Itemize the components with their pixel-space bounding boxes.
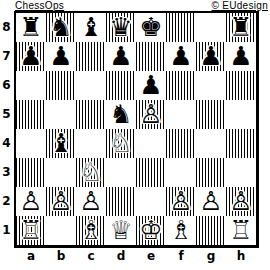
square-h4[interactable] (226, 129, 256, 158)
rank-label-1: 1 (0, 216, 13, 245)
rank-label-5: 5 (0, 100, 13, 129)
piece-white-pawn[interactable]: ♙ (226, 187, 256, 216)
square-f7[interactable]: ♟ (166, 42, 196, 71)
square-h7[interactable]: ♟ (226, 42, 256, 71)
file-label-d: d (106, 249, 136, 263)
square-h8[interactable]: ♜ (226, 13, 256, 42)
square-f2[interactable]: ♙ (166, 187, 196, 216)
square-e7[interactable] (136, 42, 166, 71)
square-a3[interactable] (16, 158, 46, 187)
square-d4[interactable]: ♘ (106, 129, 136, 158)
piece-white-pawn[interactable]: ♙ (136, 100, 166, 129)
square-c6[interactable] (76, 71, 106, 100)
square-e4[interactable] (136, 129, 166, 158)
square-f5[interactable] (166, 100, 196, 129)
square-c4[interactable] (76, 129, 106, 158)
square-h2[interactable]: ♙ (226, 187, 256, 216)
square-e2[interactable] (136, 187, 166, 216)
file-label-f: f (166, 249, 196, 263)
piece-black-pawn[interactable]: ♟ (136, 71, 166, 100)
square-d6[interactable] (106, 71, 136, 100)
piece-black-knight[interactable]: ♞ (46, 13, 76, 42)
rank-label-2: 2 (0, 187, 13, 216)
square-d3[interactable] (106, 158, 136, 187)
square-b2[interactable]: ♙ (46, 187, 76, 216)
square-g8[interactable] (196, 13, 226, 42)
square-b3[interactable] (46, 158, 76, 187)
piece-black-pawn[interactable]: ♟ (16, 42, 46, 71)
piece-black-pawn[interactable]: ♟ (106, 42, 136, 71)
square-e5[interactable]: ♙ (136, 100, 166, 129)
piece-white-bishop[interactable]: ♗ (76, 216, 106, 245)
square-g1[interactable] (196, 216, 226, 245)
chess-board: ♜♞♝♛♚♜♟♟♟♟♟♟♟♞♙♝♘♘♙♙♙♙♙♙♖♗♕♔♗♖ (14, 11, 259, 248)
chess-diagram-page: ChessOps © EUdesign 87654321 ♜♞♝♛♚♜♟♟♟♟♟… (0, 0, 270, 270)
square-a5[interactable] (16, 100, 46, 129)
square-a8[interactable]: ♜ (16, 13, 46, 42)
square-a6[interactable] (16, 71, 46, 100)
rank-label-7: 7 (0, 42, 13, 71)
square-h6[interactable] (226, 71, 256, 100)
square-b6[interactable] (46, 71, 76, 100)
file-label-c: c (76, 249, 106, 263)
square-a2[interactable]: ♙ (16, 187, 46, 216)
rank-label-4: 4 (0, 129, 13, 158)
piece-black-knight[interactable]: ♞ (106, 100, 136, 129)
square-e6[interactable]: ♟ (136, 71, 166, 100)
piece-black-king[interactable]: ♚ (136, 13, 166, 42)
square-c3[interactable]: ♘ (76, 158, 106, 187)
square-e3[interactable] (136, 158, 166, 187)
square-f6[interactable] (166, 71, 196, 100)
piece-black-pawn[interactable]: ♟ (166, 42, 196, 71)
square-g2[interactable]: ♙ (196, 187, 226, 216)
file-label-e: e (136, 249, 166, 263)
square-c2[interactable]: ♙ (76, 187, 106, 216)
square-d1[interactable]: ♕ (106, 216, 136, 245)
piece-black-queen[interactable]: ♛ (106, 13, 136, 42)
square-b1[interactable] (46, 216, 76, 245)
square-e1[interactable]: ♔ (136, 216, 166, 245)
square-c8[interactable]: ♝ (76, 13, 106, 42)
piece-black-bishop[interactable]: ♝ (46, 129, 76, 158)
piece-white-pawn[interactable]: ♙ (16, 187, 46, 216)
square-f4[interactable] (166, 129, 196, 158)
square-b8[interactable]: ♞ (46, 13, 76, 42)
square-c1[interactable]: ♗ (76, 216, 106, 245)
rank-labels: 87654321 (0, 13, 13, 245)
square-d7[interactable]: ♟ (106, 42, 136, 71)
square-e8[interactable]: ♚ (136, 13, 166, 42)
rank-label-3: 3 (0, 158, 13, 187)
piece-black-pawn[interactable]: ♟ (226, 42, 256, 71)
square-d8[interactable]: ♛ (106, 13, 136, 42)
file-label-g: g (196, 249, 226, 263)
square-f8[interactable] (166, 13, 196, 42)
square-d5[interactable]: ♞ (106, 100, 136, 129)
square-c7[interactable] (76, 42, 106, 71)
square-b7[interactable]: ♟ (46, 42, 76, 71)
square-g7[interactable]: ♟ (196, 42, 226, 71)
square-c5[interactable] (76, 100, 106, 129)
piece-white-king[interactable]: ♔ (136, 216, 166, 245)
square-f3[interactable] (166, 158, 196, 187)
rank-label-6: 6 (0, 71, 13, 100)
piece-white-pawn[interactable]: ♙ (196, 187, 226, 216)
square-f1[interactable]: ♗ (166, 216, 196, 245)
piece-white-pawn[interactable]: ♙ (46, 187, 76, 216)
piece-black-pawn[interactable]: ♟ (196, 42, 226, 71)
square-a4[interactable] (16, 129, 46, 158)
square-g3[interactable] (196, 158, 226, 187)
square-h5[interactable] (226, 100, 256, 129)
file-label-b: b (46, 249, 76, 263)
piece-white-bishop[interactable]: ♗ (166, 216, 196, 245)
piece-black-pawn[interactable]: ♟ (46, 42, 76, 71)
square-h1[interactable]: ♖ (226, 216, 256, 245)
app-title-link[interactable]: ChessOps (15, 0, 64, 11)
square-h3[interactable] (226, 158, 256, 187)
file-label-a: a (16, 249, 46, 263)
rank-label-8: 8 (0, 13, 13, 42)
square-b4[interactable]: ♝ (46, 129, 76, 158)
credit-link[interactable]: © EUdesign (211, 0, 268, 11)
piece-white-queen[interactable]: ♕ (106, 216, 136, 245)
square-a1[interactable]: ♖ (16, 216, 46, 245)
file-label-h: h (226, 249, 256, 263)
square-d2[interactable] (106, 187, 136, 216)
piece-white-rook[interactable]: ♖ (16, 216, 46, 245)
file-labels: abcdefgh (16, 249, 256, 263)
piece-black-rook[interactable]: ♜ (16, 13, 46, 42)
square-g4[interactable] (196, 129, 226, 158)
piece-black-rook[interactable]: ♜ (226, 13, 256, 42)
piece-white-knight[interactable]: ♘ (76, 158, 106, 187)
square-g6[interactable] (196, 71, 226, 100)
square-a7[interactable]: ♟ (16, 42, 46, 71)
piece-white-rook[interactable]: ♖ (226, 216, 256, 245)
piece-white-pawn[interactable]: ♙ (166, 187, 196, 216)
square-g5[interactable] (196, 100, 226, 129)
square-b5[interactable] (46, 100, 76, 129)
piece-black-bishop[interactable]: ♝ (76, 13, 106, 42)
piece-white-pawn[interactable]: ♙ (76, 187, 106, 216)
piece-white-knight[interactable]: ♘ (106, 129, 136, 158)
